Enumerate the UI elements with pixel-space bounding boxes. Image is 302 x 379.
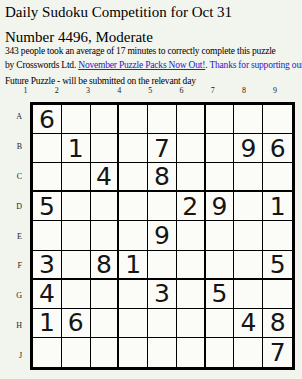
cell-J3[interactable] xyxy=(91,338,120,367)
row-label-J: J xyxy=(0,340,26,370)
cell-H5[interactable] xyxy=(148,309,177,338)
cell-E7[interactable] xyxy=(206,221,235,250)
cell-G1: 4 xyxy=(33,280,62,309)
row-label-E: E xyxy=(0,221,26,251)
cell-B9: 6 xyxy=(263,134,292,163)
row-labels: ABCDEFGHJ xyxy=(0,102,26,370)
future-puzzle-note: Future Puzzle - will be submitted on the… xyxy=(5,76,196,86)
cell-E5: 9 xyxy=(148,221,177,250)
cell-E2[interactable] xyxy=(62,221,91,250)
cell-B7[interactable] xyxy=(206,134,235,163)
col-label-7: 7 xyxy=(197,86,228,98)
cell-D9: 1 xyxy=(263,192,292,221)
cell-J8[interactable] xyxy=(234,338,263,367)
cell-D7: 9 xyxy=(206,192,235,221)
cell-D5[interactable] xyxy=(148,192,177,221)
cell-A5[interactable] xyxy=(148,105,177,134)
cell-C7[interactable] xyxy=(206,163,235,192)
cell-B6[interactable] xyxy=(177,134,206,163)
column-labels: 123456789 xyxy=(10,86,291,98)
byline: by Crosswords Ltd. November Puzzle Packs… xyxy=(5,60,302,70)
cell-B3[interactable] xyxy=(91,134,120,163)
cell-C4[interactable] xyxy=(119,163,148,192)
cell-D3[interactable] xyxy=(91,192,120,221)
completion-stats: 343 people took an average of 17 minutes… xyxy=(5,46,276,56)
cell-C8[interactable] xyxy=(234,163,263,192)
cell-C9[interactable] xyxy=(263,163,292,192)
cell-F4: 1 xyxy=(119,251,148,280)
cell-D2[interactable] xyxy=(62,192,91,221)
cell-H1: 1 xyxy=(33,309,62,338)
cell-E6[interactable] xyxy=(177,221,206,250)
cell-A7[interactable] xyxy=(206,105,235,134)
cell-H8: 4 xyxy=(234,309,263,338)
cell-F8[interactable] xyxy=(234,251,263,280)
row-label-B: B xyxy=(0,132,26,162)
page: Daily Sudoku Competition for Oct 31 Numb… xyxy=(0,0,302,379)
cell-F2[interactable] xyxy=(62,251,91,280)
page-title: Daily Sudoku Competition for Oct 31 xyxy=(5,4,232,21)
row-label-H: H xyxy=(0,310,26,340)
col-label-2: 2 xyxy=(41,86,72,98)
col-label-8: 8 xyxy=(228,86,259,98)
cell-H7[interactable] xyxy=(206,309,235,338)
cell-H3[interactable] xyxy=(91,309,120,338)
cell-J4[interactable] xyxy=(119,338,148,367)
cell-C1[interactable] xyxy=(33,163,62,192)
cell-H9: 8 xyxy=(263,309,292,338)
col-label-9: 9 xyxy=(260,86,291,98)
cell-B5: 7 xyxy=(148,134,177,163)
cell-G6[interactable] xyxy=(177,280,206,309)
cell-B8: 9 xyxy=(234,134,263,163)
cell-C5: 8 xyxy=(148,163,177,192)
col-label-6: 6 xyxy=(166,86,197,98)
cell-F1: 3 xyxy=(33,251,62,280)
cell-G8[interactable] xyxy=(234,280,263,309)
cell-J2[interactable] xyxy=(62,338,91,367)
cell-D6: 2 xyxy=(177,192,206,221)
cell-E4[interactable] xyxy=(119,221,148,250)
puzzle-packs-link[interactable]: November Puzzle Packs Now Out! xyxy=(78,60,205,70)
row-label-A: A xyxy=(0,102,26,132)
cell-A8[interactable] xyxy=(234,105,263,134)
support-site-link[interactable]: Thanks for supporting our site. xyxy=(209,60,302,70)
cell-B2: 1 xyxy=(62,134,91,163)
cell-F7[interactable] xyxy=(206,251,235,280)
cell-F5[interactable] xyxy=(148,251,177,280)
cell-E9[interactable] xyxy=(263,221,292,250)
cell-D8[interactable] xyxy=(234,192,263,221)
row-label-C: C xyxy=(0,162,26,192)
cell-B4[interactable] xyxy=(119,134,148,163)
cell-D1: 5 xyxy=(33,192,62,221)
cell-H6[interactable] xyxy=(177,309,206,338)
cell-G4[interactable] xyxy=(119,280,148,309)
row-label-G: G xyxy=(0,281,26,311)
col-label-5: 5 xyxy=(135,86,166,98)
cell-A6[interactable] xyxy=(177,105,206,134)
cell-E3[interactable] xyxy=(91,221,120,250)
byline-prefix: by Crosswords Ltd. xyxy=(5,60,78,70)
cell-A9[interactable] xyxy=(263,105,292,134)
cell-H2: 6 xyxy=(62,309,91,338)
puzzle-number-subtitle: Number 4496, Moderate xyxy=(5,29,153,46)
cell-J9: 7 xyxy=(263,338,292,367)
col-label-3: 3 xyxy=(72,86,103,98)
cell-A3[interactable] xyxy=(91,105,120,134)
cell-F6[interactable] xyxy=(177,251,206,280)
cell-E8[interactable] xyxy=(234,221,263,250)
cell-G2[interactable] xyxy=(62,280,91,309)
cell-H4[interactable] xyxy=(119,309,148,338)
cell-J5[interactable] xyxy=(148,338,177,367)
cell-F3: 8 xyxy=(91,251,120,280)
cell-G7: 5 xyxy=(206,280,235,309)
cell-J6[interactable] xyxy=(177,338,206,367)
cell-A4[interactable] xyxy=(119,105,148,134)
row-label-D: D xyxy=(0,191,26,221)
cell-J7[interactable] xyxy=(206,338,235,367)
cell-G9[interactable] xyxy=(263,280,292,309)
row-label-F: F xyxy=(0,251,26,281)
cell-B1[interactable] xyxy=(33,134,62,163)
col-label-4: 4 xyxy=(104,86,135,98)
cell-C2[interactable] xyxy=(62,163,91,192)
cell-D4[interactable] xyxy=(119,192,148,221)
cell-F9: 5 xyxy=(263,251,292,280)
cell-G5: 3 xyxy=(148,280,177,309)
cell-G3[interactable] xyxy=(91,280,120,309)
cell-C6[interactable] xyxy=(177,163,206,192)
sudoku-board: 617964852919381543516487 xyxy=(30,102,295,370)
cell-C3: 4 xyxy=(91,163,120,192)
cell-A2[interactable] xyxy=(62,105,91,134)
cell-A1: 6 xyxy=(33,105,62,134)
cell-E1[interactable] xyxy=(33,221,62,250)
cell-J1[interactable] xyxy=(33,338,62,367)
col-label-1: 1 xyxy=(10,86,41,98)
